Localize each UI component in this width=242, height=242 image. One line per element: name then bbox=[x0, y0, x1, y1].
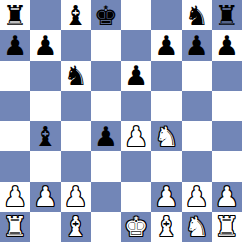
square-c4[interactable] bbox=[61, 121, 91, 151]
white-pawn-icon: ♟ bbox=[64, 183, 88, 210]
square-c7[interactable] bbox=[61, 30, 91, 60]
square-a8[interactable]: ♜ bbox=[0, 0, 30, 30]
black-knight-icon: ♞ bbox=[64, 62, 88, 89]
square-g4[interactable] bbox=[182, 121, 212, 151]
square-b3[interactable] bbox=[30, 151, 60, 181]
black-pawn-icon: ♟ bbox=[154, 32, 178, 59]
square-e1[interactable]: ♚ bbox=[121, 212, 151, 242]
square-b4[interactable]: ♝ bbox=[30, 121, 60, 151]
square-a2[interactable]: ♟ bbox=[0, 182, 30, 212]
square-d4[interactable]: ♟ bbox=[91, 121, 121, 151]
square-b2[interactable]: ♟ bbox=[30, 182, 60, 212]
square-f5[interactable] bbox=[151, 91, 181, 121]
square-h4[interactable] bbox=[212, 121, 242, 151]
square-a1[interactable]: ♜ bbox=[0, 212, 30, 242]
white-rook-icon: ♜ bbox=[3, 213, 27, 240]
square-h5[interactable] bbox=[212, 91, 242, 121]
white-knight-icon: ♞ bbox=[154, 123, 178, 150]
square-d7[interactable] bbox=[91, 30, 121, 60]
white-king-icon: ♚ bbox=[124, 213, 148, 240]
square-d1[interactable] bbox=[91, 212, 121, 242]
square-c8[interactable]: ♝ bbox=[61, 0, 91, 30]
square-a3[interactable] bbox=[0, 151, 30, 181]
black-pawn-icon: ♟ bbox=[124, 62, 148, 89]
square-a7[interactable]: ♟ bbox=[0, 30, 30, 60]
square-g2[interactable]: ♟ bbox=[182, 182, 212, 212]
square-f6[interactable] bbox=[151, 61, 181, 91]
square-b1[interactable] bbox=[30, 212, 60, 242]
square-e7[interactable] bbox=[121, 30, 151, 60]
square-h6[interactable] bbox=[212, 61, 242, 91]
black-pawn-icon: ♟ bbox=[3, 32, 27, 59]
square-g5[interactable] bbox=[182, 91, 212, 121]
square-d5[interactable] bbox=[91, 91, 121, 121]
square-e5[interactable] bbox=[121, 91, 151, 121]
black-rook-icon: ♜ bbox=[215, 2, 239, 29]
square-g7[interactable]: ♟ bbox=[182, 30, 212, 60]
square-a4[interactable] bbox=[0, 121, 30, 151]
black-pawn-icon: ♟ bbox=[185, 32, 209, 59]
square-b7[interactable]: ♟ bbox=[30, 30, 60, 60]
white-bishop-icon: ♝ bbox=[154, 213, 178, 240]
square-c2[interactable]: ♟ bbox=[61, 182, 91, 212]
square-h7[interactable]: ♟ bbox=[212, 30, 242, 60]
square-c3[interactable] bbox=[61, 151, 91, 181]
square-c6[interactable]: ♞ bbox=[61, 61, 91, 91]
black-bishop-icon: ♝ bbox=[33, 123, 57, 150]
square-g6[interactable] bbox=[182, 61, 212, 91]
black-pawn-icon: ♟ bbox=[215, 32, 239, 59]
white-pawn-icon: ♟ bbox=[33, 183, 57, 210]
white-pawn-icon: ♟ bbox=[215, 183, 239, 210]
square-f7[interactable]: ♟ bbox=[151, 30, 181, 60]
square-b6[interactable] bbox=[30, 61, 60, 91]
square-a5[interactable] bbox=[0, 91, 30, 121]
square-c5[interactable] bbox=[61, 91, 91, 121]
white-rook-icon: ♜ bbox=[215, 213, 239, 240]
square-d2[interactable] bbox=[91, 182, 121, 212]
square-h1[interactable]: ♜ bbox=[212, 212, 242, 242]
square-f2[interactable]: ♟ bbox=[151, 182, 181, 212]
chess-board: ♜♝♚♞♜♟♟♟♟♟♞♟♝♟♟♞♟♟♟♟♟♟♜♝♚♝♞♜ bbox=[0, 0, 242, 242]
white-pawn-icon: ♟ bbox=[185, 183, 209, 210]
square-g3[interactable] bbox=[182, 151, 212, 181]
white-bishop-icon: ♝ bbox=[64, 213, 88, 240]
square-b5[interactable] bbox=[30, 91, 60, 121]
square-f3[interactable] bbox=[151, 151, 181, 181]
square-e2[interactable] bbox=[121, 182, 151, 212]
white-pawn-icon: ♟ bbox=[3, 183, 27, 210]
square-e6[interactable]: ♟ bbox=[121, 61, 151, 91]
square-f1[interactable]: ♝ bbox=[151, 212, 181, 242]
white-pawn-icon: ♟ bbox=[154, 183, 178, 210]
black-pawn-icon: ♟ bbox=[33, 32, 57, 59]
square-f4[interactable]: ♞ bbox=[151, 121, 181, 151]
square-g8[interactable]: ♞ bbox=[182, 0, 212, 30]
square-g1[interactable]: ♞ bbox=[182, 212, 212, 242]
square-d6[interactable] bbox=[91, 61, 121, 91]
square-e3[interactable] bbox=[121, 151, 151, 181]
square-c1[interactable]: ♝ bbox=[61, 212, 91, 242]
square-d3[interactable] bbox=[91, 151, 121, 181]
square-h8[interactable]: ♜ bbox=[212, 0, 242, 30]
black-rook-icon: ♜ bbox=[3, 2, 27, 29]
black-pawn-icon: ♟ bbox=[94, 123, 118, 150]
white-knight-icon: ♞ bbox=[185, 213, 209, 240]
black-king-icon: ♚ bbox=[94, 2, 118, 29]
square-e8[interactable] bbox=[121, 0, 151, 30]
square-d8[interactable]: ♚ bbox=[91, 0, 121, 30]
square-h2[interactable]: ♟ bbox=[212, 182, 242, 212]
square-f8[interactable] bbox=[151, 0, 181, 30]
square-e4[interactable]: ♟ bbox=[121, 121, 151, 151]
square-a6[interactable] bbox=[0, 61, 30, 91]
black-knight-icon: ♞ bbox=[185, 2, 209, 29]
square-h3[interactable] bbox=[212, 151, 242, 181]
white-pawn-icon: ♟ bbox=[124, 123, 148, 150]
black-bishop-icon: ♝ bbox=[64, 2, 88, 29]
square-b8[interactable] bbox=[30, 0, 60, 30]
